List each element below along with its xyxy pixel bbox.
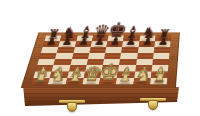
- square-h7[interactable]: ♟: [154, 41, 170, 47]
- brass-latch-right: [140, 98, 166, 113]
- square-e5[interactable]: [104, 53, 121, 59]
- square-b5[interactable]: [55, 53, 73, 59]
- latch-clasp-icon: [148, 100, 158, 110]
- white-rook-h1[interactable]: ♜: [143, 69, 177, 84]
- square-g5[interactable]: [137, 53, 154, 59]
- board-frame: ♜♞♝♛♚♝♞♜♟♟♟♟♟♟♟♟♟♟♟♟♟♟♟♟♜♞♝♛♚♝♞♜: [21, 32, 180, 88]
- board-grid: ♜♞♝♛♚♝♞♜♟♟♟♟♟♟♟♟♟♟♟♟♟♟♟♟♜♞♝♛♚♝♞♜: [31, 36, 171, 85]
- black-pawn-h7[interactable]: ♟: [147, 35, 179, 47]
- square-h5[interactable]: [153, 53, 170, 59]
- square-d5[interactable]: [88, 53, 105, 59]
- square-f5[interactable]: [120, 53, 137, 59]
- chess-set-photo: ♜♞♝♛♚♝♞♜♟♟♟♟♟♟♟♟♟♟♟♟♟♟♟♟♜♞♝♛♚♝♞♜: [0, 0, 200, 116]
- square-h1[interactable]: ♜: [150, 78, 167, 85]
- board-surface: ♜♞♝♛♚♝♞♜♟♟♟♟♟♟♟♟♟♟♟♟♟♟♟♟♜♞♝♛♚♝♞♜: [21, 32, 180, 88]
- brass-latch-left: [59, 100, 85, 115]
- latch-clasp-icon: [67, 102, 77, 112]
- square-c5[interactable]: [72, 53, 90, 59]
- square-a5[interactable]: [39, 53, 57, 59]
